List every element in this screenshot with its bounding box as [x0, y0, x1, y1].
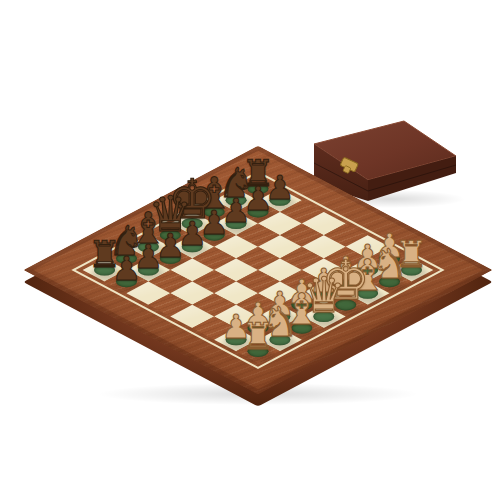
white-rook-icon: ♜	[241, 317, 274, 354]
chess-set-photo: ♜♟♟♜♞♟♟♞♝♟♟♝♚♟♟♚♛♟♟♛♝♟♟♝♞♟♟♞♜♟♟♜	[0, 0, 500, 500]
black-pawn-icon: ♟	[112, 252, 142, 285]
board-square-a1: ♜	[236, 340, 280, 363]
